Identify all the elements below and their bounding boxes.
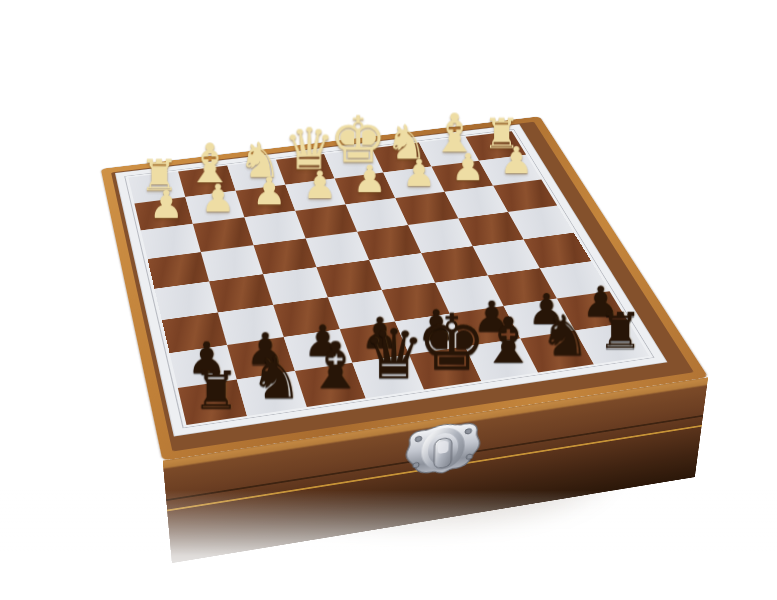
white-pawn[interactable]: ♟ — [252, 172, 286, 210]
black-knight[interactable]: ♞ — [539, 307, 590, 364]
chess-box-scene: ♜♝♞♛♚♞♝♜♟♟♟♟♟♟♟♟♟♟♟♟♟♟♟♟♜♞♝♛♚♝♞♜ — [101, 116, 709, 460]
photo-canvas: ♜♝♞♛♚♞♝♜♟♟♟♟♟♟♟♟♟♟♟♟♟♟♟♟♜♞♝♛♚♝♞♜ — [0, 0, 777, 600]
square-f8[interactable]: ♝ — [295, 363, 366, 407]
white-pawn[interactable]: ♟ — [303, 166, 337, 204]
white-pawn[interactable]: ♟ — [500, 142, 533, 179]
wooden-box: ♜♝♞♛♚♞♝♜♟♟♟♟♟♟♟♟♟♟♟♟♟♟♟♟♜♞♝♛♚♝♞♜ — [101, 116, 709, 460]
black-knight[interactable]: ♞ — [250, 349, 302, 407]
black-king[interactable]: ♚ — [417, 304, 486, 381]
board: ♜♝♞♛♚♞♝♜♟♟♟♟♟♟♟♟♟♟♟♟♟♟♟♟♜♞♝♛♚♝♞♜ — [128, 131, 649, 425]
square-e2[interactable]: ♟ — [285, 179, 345, 211]
white-pawn[interactable]: ♟ — [402, 154, 436, 192]
white-pawn[interactable]: ♟ — [149, 185, 184, 224]
black-rook[interactable]: ♜ — [598, 306, 643, 356]
white-pawn[interactable]: ♟ — [353, 160, 387, 198]
black-bishop[interactable]: ♝ — [306, 333, 364, 398]
black-queen[interactable]: ♛ — [363, 321, 425, 390]
square-g4[interactable] — [201, 245, 263, 281]
black-rook[interactable]: ♜ — [193, 364, 240, 416]
white-pawn[interactable]: ♟ — [451, 148, 485, 185]
black-bishop[interactable]: ♝ — [480, 309, 537, 372]
metal-clasp-icon[interactable] — [395, 416, 491, 486]
square-g8[interactable]: ♞ — [237, 371, 307, 416]
square-g3[interactable] — [193, 217, 254, 252]
board-border: ♜♝♞♛♚♞♝♜♟♟♟♟♟♟♟♟♟♟♟♟♟♟♟♟♜♞♝♛♚♝♞♜ — [115, 124, 668, 436]
white-pawn[interactable]: ♟ — [201, 178, 236, 216]
square-g5[interactable] — [209, 274, 273, 312]
square-d2[interactable]: ♟ — [335, 173, 396, 205]
